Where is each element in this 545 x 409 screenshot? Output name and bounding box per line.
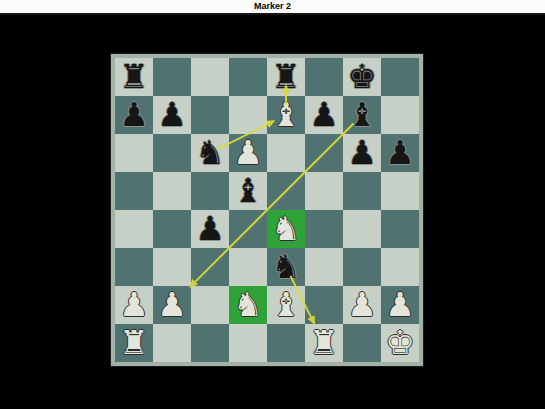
square-g5[interactable] xyxy=(343,172,381,210)
piece-black-pawn[interactable]: ♟ xyxy=(153,96,191,134)
square-d6[interactable]: ♟ xyxy=(229,134,267,172)
square-c1[interactable] xyxy=(191,324,229,362)
piece-black-pawn[interactable]: ♟ xyxy=(115,96,153,134)
piece-white-bishop[interactable]: ♝ xyxy=(267,286,305,324)
square-g7[interactable]: ♝ xyxy=(343,96,381,134)
square-f4[interactable] xyxy=(305,210,343,248)
chess-board[interactable]: ♜♜♚♟♟♝♟♝♞♟♟♟♝♟♞♞♟♟♞♝♟♟♜♜♚ xyxy=(115,58,419,362)
square-f7[interactable]: ♟ xyxy=(305,96,343,134)
square-b4[interactable] xyxy=(153,210,191,248)
square-a6[interactable] xyxy=(115,134,153,172)
square-h4[interactable] xyxy=(381,210,419,248)
square-c7[interactable] xyxy=(191,96,229,134)
chess-board-frame: ♜♜♚♟♟♝♟♝♞♟♟♟♝♟♞♞♟♟♞♝♟♟♜♜♚ xyxy=(111,54,423,366)
square-e4[interactable]: ♞ xyxy=(267,210,305,248)
square-c3[interactable] xyxy=(191,248,229,286)
square-d7[interactable] xyxy=(229,96,267,134)
square-f5[interactable] xyxy=(305,172,343,210)
piece-white-pawn[interactable]: ♟ xyxy=(229,134,267,172)
square-e5[interactable] xyxy=(267,172,305,210)
piece-white-rook[interactable]: ♜ xyxy=(305,324,343,362)
square-b3[interactable] xyxy=(153,248,191,286)
square-c2[interactable] xyxy=(191,286,229,324)
square-e1[interactable] xyxy=(267,324,305,362)
piece-white-king[interactable]: ♚ xyxy=(381,324,419,362)
square-b6[interactable] xyxy=(153,134,191,172)
square-f8[interactable] xyxy=(305,58,343,96)
piece-white-pawn[interactable]: ♟ xyxy=(381,286,419,324)
piece-white-pawn[interactable]: ♟ xyxy=(153,286,191,324)
title-bar: Marker 2 xyxy=(0,0,545,15)
piece-black-king[interactable]: ♚ xyxy=(343,58,381,96)
video-frame: Marker 2 ♜♜♚♟♟♝♟♝♞♟♟♟♝♟♞♞♟♟♞♝♟♟♜♜♚ xyxy=(0,0,545,409)
square-g6[interactable]: ♟ xyxy=(343,134,381,172)
square-d1[interactable] xyxy=(229,324,267,362)
square-d5[interactable]: ♝ xyxy=(229,172,267,210)
square-h6[interactable]: ♟ xyxy=(381,134,419,172)
square-d2[interactable]: ♞ xyxy=(229,286,267,324)
piece-white-pawn[interactable]: ♟ xyxy=(115,286,153,324)
square-f1[interactable]: ♜ xyxy=(305,324,343,362)
square-c6[interactable]: ♞ xyxy=(191,134,229,172)
piece-white-bishop[interactable]: ♝ xyxy=(267,96,305,134)
piece-white-knight[interactable]: ♞ xyxy=(229,286,267,324)
square-a7[interactable]: ♟ xyxy=(115,96,153,134)
square-f2[interactable] xyxy=(305,286,343,324)
square-b8[interactable] xyxy=(153,58,191,96)
piece-black-pawn[interactable]: ♟ xyxy=(381,134,419,172)
square-e7[interactable]: ♝ xyxy=(267,96,305,134)
square-e6[interactable] xyxy=(267,134,305,172)
piece-white-knight[interactable]: ♞ xyxy=(267,210,305,248)
piece-white-pawn[interactable]: ♟ xyxy=(343,286,381,324)
piece-black-knight[interactable]: ♞ xyxy=(267,248,305,286)
piece-black-bishop[interactable]: ♝ xyxy=(343,96,381,134)
square-g2[interactable]: ♟ xyxy=(343,286,381,324)
square-f6[interactable] xyxy=(305,134,343,172)
square-a5[interactable] xyxy=(115,172,153,210)
square-g8[interactable]: ♚ xyxy=(343,58,381,96)
square-g3[interactable] xyxy=(343,248,381,286)
square-c5[interactable] xyxy=(191,172,229,210)
square-h2[interactable]: ♟ xyxy=(381,286,419,324)
square-b5[interactable] xyxy=(153,172,191,210)
square-g4[interactable] xyxy=(343,210,381,248)
square-a1[interactable]: ♜ xyxy=(115,324,153,362)
square-e8[interactable]: ♜ xyxy=(267,58,305,96)
square-g1[interactable] xyxy=(343,324,381,362)
square-d4[interactable] xyxy=(229,210,267,248)
square-h3[interactable] xyxy=(381,248,419,286)
square-a3[interactable] xyxy=(115,248,153,286)
square-b2[interactable]: ♟ xyxy=(153,286,191,324)
square-c4[interactable]: ♟ xyxy=(191,210,229,248)
square-h8[interactable] xyxy=(381,58,419,96)
piece-black-pawn[interactable]: ♟ xyxy=(191,210,229,248)
square-a4[interactable] xyxy=(115,210,153,248)
square-a8[interactable]: ♜ xyxy=(115,58,153,96)
square-a2[interactable]: ♟ xyxy=(115,286,153,324)
piece-black-pawn[interactable]: ♟ xyxy=(305,96,343,134)
piece-black-knight[interactable]: ♞ xyxy=(191,134,229,172)
piece-black-bishop[interactable]: ♝ xyxy=(229,172,267,210)
square-h1[interactable]: ♚ xyxy=(381,324,419,362)
piece-black-pawn[interactable]: ♟ xyxy=(343,134,381,172)
square-h5[interactable] xyxy=(381,172,419,210)
square-d8[interactable] xyxy=(229,58,267,96)
square-b1[interactable] xyxy=(153,324,191,362)
piece-white-rook[interactable]: ♜ xyxy=(115,324,153,362)
square-e3[interactable]: ♞ xyxy=(267,248,305,286)
square-f3[interactable] xyxy=(305,248,343,286)
window-title: Marker 2 xyxy=(254,1,291,11)
square-e2[interactable]: ♝ xyxy=(267,286,305,324)
square-d3[interactable] xyxy=(229,248,267,286)
square-c8[interactable] xyxy=(191,58,229,96)
square-h7[interactable] xyxy=(381,96,419,134)
piece-black-rook[interactable]: ♜ xyxy=(267,58,305,96)
square-b7[interactable]: ♟ xyxy=(153,96,191,134)
piece-black-rook[interactable]: ♜ xyxy=(115,58,153,96)
